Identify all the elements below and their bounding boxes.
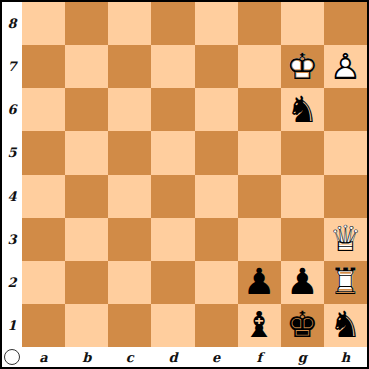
square-b5[interactable] (65, 131, 108, 174)
square-e4[interactable] (195, 175, 238, 218)
square-h3[interactable]: ♛♕ (324, 218, 367, 261)
square-c8[interactable] (108, 2, 151, 45)
rank-label-3: 3 (2, 218, 22, 261)
square-h8[interactable] (324, 2, 367, 45)
square-d8[interactable] (151, 2, 194, 45)
rank-label-1: 1 (2, 304, 22, 347)
square-c1[interactable] (108, 304, 151, 347)
square-c3[interactable] (108, 218, 151, 261)
square-d4[interactable] (151, 175, 194, 218)
white-to-move-indicator (4, 349, 20, 365)
file-label-b: b (65, 347, 108, 367)
square-f3[interactable] (238, 218, 281, 261)
square-e2[interactable] (195, 261, 238, 304)
black-bishop-glyph: ♝ (238, 304, 281, 347)
square-f7[interactable] (238, 45, 281, 88)
square-g7[interactable]: ♚♔ (281, 45, 324, 88)
square-h1[interactable]: ♞ (324, 304, 367, 347)
square-g5[interactable] (281, 131, 324, 174)
piece-black-knight[interactable]: ♞ (281, 88, 324, 131)
file-label-d: d (151, 347, 194, 367)
square-f5[interactable] (238, 131, 281, 174)
square-g2[interactable]: ♟ (281, 261, 324, 304)
square-d3[interactable] (151, 218, 194, 261)
square-b7[interactable] (65, 45, 108, 88)
square-d5[interactable] (151, 131, 194, 174)
square-c6[interactable] (108, 88, 151, 131)
white-pawn-outline-glyph: ♙ (324, 45, 367, 88)
square-h4[interactable] (324, 175, 367, 218)
board-grid: 87♚♔♟♙6♞543♛♕2♟♟♜♖1♝♚♞abcdefgh (2, 2, 367, 367)
square-c4[interactable] (108, 175, 151, 218)
rank-label-5: 5 (2, 131, 22, 174)
white-rook-outline-glyph: ♖ (324, 261, 367, 304)
square-h2[interactable]: ♜♖ (324, 261, 367, 304)
file-label-h: h (324, 347, 367, 367)
piece-black-king[interactable]: ♚ (281, 304, 324, 347)
piece-black-pawn[interactable]: ♟ (238, 261, 281, 304)
rank-label-8: 8 (2, 2, 22, 45)
black-king-glyph: ♚ (281, 304, 324, 347)
square-g8[interactable] (281, 2, 324, 45)
square-f4[interactable] (238, 175, 281, 218)
black-knight-glyph: ♞ (281, 88, 324, 131)
piece-black-pawn[interactable]: ♟ (281, 261, 324, 304)
file-label-f: f (238, 347, 281, 367)
black-pawn-glyph: ♟ (281, 261, 324, 304)
square-a2[interactable] (22, 261, 65, 304)
square-h5[interactable] (324, 131, 367, 174)
piece-white-pawn[interactable]: ♟♙ (324, 45, 367, 88)
white-king-outline-glyph: ♔ (281, 45, 324, 88)
black-knight-glyph: ♞ (324, 304, 367, 347)
square-b1[interactable] (65, 304, 108, 347)
rank-label-4: 4 (2, 175, 22, 218)
square-e8[interactable] (195, 2, 238, 45)
square-b8[interactable] (65, 2, 108, 45)
square-a5[interactable] (22, 131, 65, 174)
square-a3[interactable] (22, 218, 65, 261)
square-d2[interactable] (151, 261, 194, 304)
square-b2[interactable] (65, 261, 108, 304)
square-g3[interactable] (281, 218, 324, 261)
square-e7[interactable] (195, 45, 238, 88)
square-d6[interactable] (151, 88, 194, 131)
rank-label-2: 2 (2, 261, 22, 304)
black-pawn-glyph: ♟ (238, 261, 281, 304)
square-g4[interactable] (281, 175, 324, 218)
square-c7[interactable] (108, 45, 151, 88)
file-label-g: g (281, 347, 324, 367)
square-a6[interactable] (22, 88, 65, 131)
square-f2[interactable]: ♟ (238, 261, 281, 304)
chess-diagram: 87♚♔♟♙6♞543♛♕2♟♟♜♖1♝♚♞abcdefgh (0, 0, 369, 369)
file-label-c: c (108, 347, 151, 367)
square-b3[interactable] (65, 218, 108, 261)
square-d1[interactable] (151, 304, 194, 347)
square-g1[interactable]: ♚ (281, 304, 324, 347)
piece-white-rook[interactable]: ♜♖ (324, 261, 367, 304)
piece-black-bishop[interactable]: ♝ (238, 304, 281, 347)
square-a4[interactable] (22, 175, 65, 218)
square-h6[interactable] (324, 88, 367, 131)
square-e3[interactable] (195, 218, 238, 261)
square-d7[interactable] (151, 45, 194, 88)
piece-white-king[interactable]: ♚♔ (281, 45, 324, 88)
rank-label-7: 7 (2, 45, 22, 88)
piece-white-queen[interactable]: ♛♕ (324, 218, 367, 261)
rank-label-6: 6 (2, 88, 22, 131)
file-label-a: a (22, 347, 65, 367)
piece-black-knight[interactable]: ♞ (324, 304, 367, 347)
square-a7[interactable] (22, 45, 65, 88)
square-b4[interactable] (65, 175, 108, 218)
square-f1[interactable]: ♝ (238, 304, 281, 347)
square-e6[interactable] (195, 88, 238, 131)
square-e5[interactable] (195, 131, 238, 174)
square-c5[interactable] (108, 131, 151, 174)
square-e1[interactable] (195, 304, 238, 347)
square-g6[interactable]: ♞ (281, 88, 324, 131)
square-a1[interactable] (22, 304, 65, 347)
square-f6[interactable] (238, 88, 281, 131)
file-label-e: e (195, 347, 238, 367)
white-queen-outline-glyph: ♕ (324, 218, 367, 261)
square-b6[interactable] (65, 88, 108, 131)
square-h7[interactable]: ♟♙ (324, 45, 367, 88)
square-a8[interactable] (22, 2, 65, 45)
square-c2[interactable] (108, 261, 151, 304)
square-f8[interactable] (238, 2, 281, 45)
to-move-corner (2, 347, 22, 367)
